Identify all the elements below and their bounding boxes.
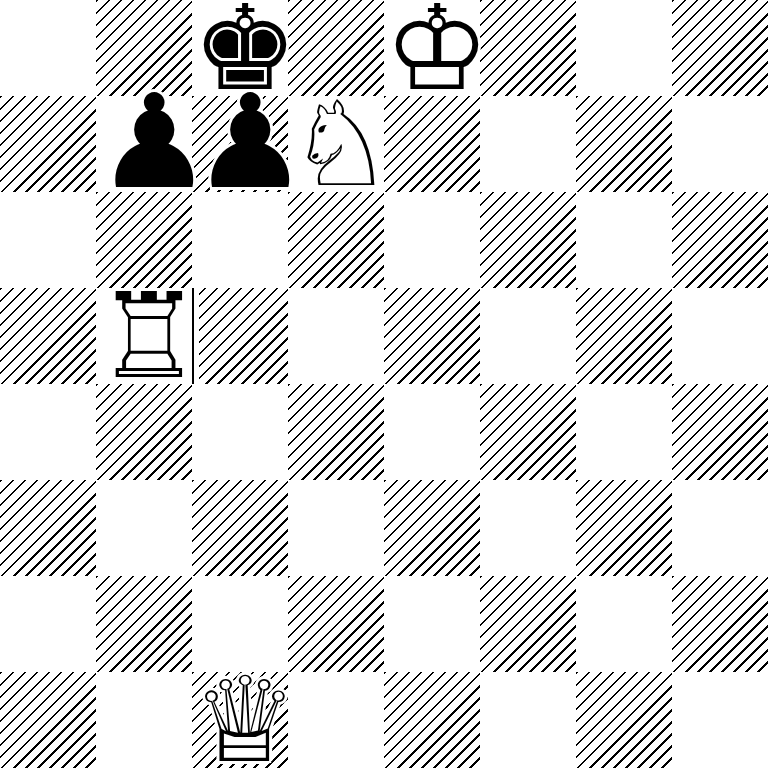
square-h6[interactable] bbox=[672, 192, 768, 288]
square-c4[interactable] bbox=[192, 384, 288, 480]
square-f3[interactable] bbox=[480, 480, 576, 576]
square-a1[interactable] bbox=[0, 672, 96, 768]
square-h2[interactable] bbox=[672, 576, 768, 672]
square-d3[interactable] bbox=[288, 480, 384, 576]
square-e3[interactable] bbox=[384, 480, 480, 576]
square-e4[interactable] bbox=[384, 384, 480, 480]
square-b3[interactable] bbox=[96, 480, 192, 576]
square-f4[interactable] bbox=[480, 384, 576, 480]
square-h3[interactable] bbox=[672, 480, 768, 576]
square-g3[interactable] bbox=[576, 480, 672, 576]
square-h8[interactable] bbox=[672, 0, 768, 96]
square-e2[interactable] bbox=[384, 576, 480, 672]
square-d7[interactable]: ♞♘ bbox=[288, 96, 384, 192]
piece-black-pawn: ♟♟ bbox=[192, 96, 288, 192]
square-h5[interactable] bbox=[672, 288, 768, 384]
square-h1[interactable] bbox=[672, 672, 768, 768]
square-a2[interactable] bbox=[0, 576, 96, 672]
square-f1[interactable] bbox=[480, 672, 576, 768]
piece-white-knight: ♞♘ bbox=[288, 96, 384, 192]
square-g5[interactable] bbox=[576, 288, 672, 384]
square-b5[interactable]: ♜♖ bbox=[96, 288, 192, 384]
square-b2[interactable] bbox=[96, 576, 192, 672]
square-g8[interactable] bbox=[576, 0, 672, 96]
square-d5[interactable] bbox=[288, 288, 384, 384]
square-d1[interactable] bbox=[288, 672, 384, 768]
white-queen-icon: ♕ bbox=[192, 672, 288, 768]
square-f6[interactable] bbox=[480, 192, 576, 288]
square-c1[interactable]: ♛♕ bbox=[192, 672, 288, 768]
chess-board: ♚♚♚♔♟♟♟♟♞♘♜♖♛♕ bbox=[0, 0, 768, 768]
square-a6[interactable] bbox=[0, 192, 96, 288]
square-e6[interactable] bbox=[384, 192, 480, 288]
black-pawn-icon: ♟ bbox=[192, 96, 288, 192]
square-g6[interactable] bbox=[576, 192, 672, 288]
black-pawn-icon: ♟ bbox=[96, 96, 192, 192]
square-a7[interactable] bbox=[0, 96, 96, 192]
square-b7[interactable]: ♟♟ bbox=[96, 96, 192, 192]
square-f5[interactable] bbox=[480, 288, 576, 384]
square-a4[interactable] bbox=[0, 384, 96, 480]
square-c3[interactable] bbox=[192, 480, 288, 576]
square-f8[interactable] bbox=[480, 0, 576, 96]
piece-white-queen: ♛♕ bbox=[192, 672, 288, 768]
square-g7[interactable] bbox=[576, 96, 672, 192]
piece-white-king: ♚♔ bbox=[384, 0, 480, 96]
white-knight-icon: ♘ bbox=[288, 96, 384, 192]
square-a3[interactable] bbox=[0, 480, 96, 576]
square-e5[interactable] bbox=[384, 288, 480, 384]
square-b1[interactable] bbox=[96, 672, 192, 768]
square-e8[interactable]: ♚♔ bbox=[384, 0, 480, 96]
square-g4[interactable] bbox=[576, 384, 672, 480]
white-king-icon: ♔ bbox=[384, 0, 480, 96]
square-e1[interactable] bbox=[384, 672, 480, 768]
square-d2[interactable] bbox=[288, 576, 384, 672]
square-h7[interactable] bbox=[672, 96, 768, 192]
piece-black-pawn: ♟♟ bbox=[96, 96, 192, 192]
square-f2[interactable] bbox=[480, 576, 576, 672]
square-f7[interactable] bbox=[480, 96, 576, 192]
square-a5[interactable] bbox=[0, 288, 96, 384]
square-g2[interactable] bbox=[576, 576, 672, 672]
square-c5[interactable] bbox=[192, 288, 288, 384]
square-h4[interactable] bbox=[672, 384, 768, 480]
piece-white-rook: ♜♖ bbox=[96, 288, 192, 384]
square-d4[interactable] bbox=[288, 384, 384, 480]
white-rook-icon: ♖ bbox=[96, 288, 192, 384]
square-c7[interactable]: ♟♟ bbox=[192, 96, 288, 192]
square-a8[interactable] bbox=[0, 0, 96, 96]
square-g1[interactable] bbox=[576, 672, 672, 768]
